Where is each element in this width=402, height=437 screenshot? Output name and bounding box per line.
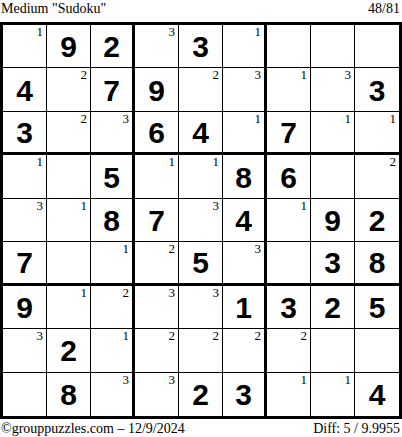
pencil-mark: 1 bbox=[123, 242, 130, 256]
given-digit: 7 bbox=[103, 76, 120, 106]
pencil-mark: 3 bbox=[169, 286, 176, 300]
cell-r7c3[interactable]: 2 bbox=[91, 286, 135, 329]
cell-r4c4[interactable]: 1 bbox=[135, 155, 179, 198]
cell-r6c7[interactable] bbox=[267, 242, 311, 285]
pencil-mark: 2 bbox=[123, 286, 130, 300]
cell-r5c4[interactable]: 7 bbox=[135, 199, 179, 242]
cell-r3c5[interactable]: 4 bbox=[179, 112, 223, 155]
given-digit: 2 bbox=[369, 206, 386, 236]
cell-r6c6[interactable]: 3 bbox=[223, 242, 267, 285]
given-digit: 6 bbox=[148, 118, 165, 148]
given-digit: 2 bbox=[103, 32, 120, 62]
cell-r5c8[interactable]: 9 bbox=[311, 199, 355, 242]
cell-r2c2[interactable]: 2 bbox=[47, 68, 91, 111]
cell-r3c3[interactable]: 3 bbox=[91, 112, 135, 155]
pencil-mark: 1 bbox=[255, 25, 262, 39]
pencil-mark: 3 bbox=[169, 25, 176, 39]
cell-r8c9[interactable] bbox=[355, 329, 399, 372]
cell-r5c2[interactable]: 1 bbox=[47, 199, 91, 242]
cell-r2c5[interactable]: 2 bbox=[179, 68, 223, 111]
cell-r3c6[interactable]: 1 bbox=[223, 112, 267, 155]
page-header: Medium "Sudoku" 48/81 bbox=[0, 0, 402, 22]
cell-r4c8[interactable] bbox=[311, 155, 355, 198]
cell-r8c5[interactable]: 2 bbox=[179, 329, 223, 372]
given-digit: 7 bbox=[280, 118, 297, 148]
cell-r4c3[interactable]: 5 bbox=[91, 155, 135, 198]
pencil-mark: 1 bbox=[213, 155, 220, 169]
cell-r1c8[interactable] bbox=[311, 25, 355, 68]
cell-r4c7[interactable]: 6 bbox=[267, 155, 311, 198]
cell-r8c4[interactable]: 2 bbox=[135, 329, 179, 372]
cell-r1c2[interactable]: 9 bbox=[47, 25, 91, 68]
pencil-mark: 1 bbox=[37, 155, 44, 169]
sudoku-page: Medium "Sudoku" 48/81 192331427923133323… bbox=[0, 0, 402, 437]
given-digit: 3 bbox=[324, 248, 341, 278]
cell-r7c5[interactable]: 3 bbox=[179, 286, 223, 329]
given-digit: 9 bbox=[324, 206, 341, 236]
given-digit: 5 bbox=[369, 293, 386, 323]
pencil-mark: 3 bbox=[123, 373, 130, 387]
cell-r4c2[interactable] bbox=[47, 155, 91, 198]
cell-r5c5[interactable]: 3 bbox=[179, 199, 223, 242]
cell-r2c8[interactable]: 3 bbox=[311, 68, 355, 111]
pencil-mark: 3 bbox=[123, 112, 130, 126]
cell-r2c7[interactable]: 1 bbox=[267, 68, 311, 111]
cell-r9c7[interactable]: 1 bbox=[267, 373, 311, 416]
progress-counter: 48/81 bbox=[368, 1, 400, 17]
pencil-mark: 2 bbox=[301, 329, 308, 343]
given-digit: 3 bbox=[16, 118, 33, 148]
pencil-mark: 1 bbox=[123, 329, 130, 343]
cell-r4c5[interactable]: 1 bbox=[179, 155, 223, 198]
given-digit: 2 bbox=[192, 380, 209, 410]
pencil-mark: 2 bbox=[390, 155, 397, 169]
cell-r2c9[interactable]: 3 bbox=[355, 68, 399, 111]
cell-r1c9[interactable] bbox=[355, 25, 399, 68]
pencil-mark: 2 bbox=[213, 68, 220, 82]
given-digit: 9 bbox=[16, 293, 33, 323]
cell-r1c3[interactable]: 2 bbox=[91, 25, 135, 68]
difficulty-label: Diff: 5 / 9.9955 bbox=[313, 421, 400, 436]
pencil-mark: 2 bbox=[169, 329, 176, 343]
cell-r5c9[interactable]: 2 bbox=[355, 199, 399, 242]
pencil-mark: 2 bbox=[255, 329, 262, 343]
pencil-mark: 3 bbox=[213, 199, 220, 213]
cell-r8c1[interactable]: 3 bbox=[3, 329, 47, 372]
given-digit: 8 bbox=[369, 248, 386, 278]
cell-r3c9[interactable]: 1 bbox=[355, 112, 399, 155]
given-digit: 5 bbox=[103, 163, 120, 193]
given-digit: 1 bbox=[235, 293, 252, 323]
given-digit: 4 bbox=[369, 380, 386, 410]
pencil-mark: 2 bbox=[81, 112, 88, 126]
pencil-mark: 1 bbox=[301, 68, 308, 82]
pencil-mark: 1 bbox=[81, 286, 88, 300]
cell-r4c1[interactable]: 1 bbox=[3, 155, 47, 198]
cell-r9c1[interactable] bbox=[3, 373, 47, 416]
cell-r3c8[interactable]: 1 bbox=[311, 112, 355, 155]
cell-r6c1[interactable]: 7 bbox=[3, 242, 47, 285]
cell-r1c7[interactable] bbox=[267, 25, 311, 68]
given-digit: 5 bbox=[192, 248, 209, 278]
given-digit: 3 bbox=[280, 293, 297, 323]
cell-r8c3[interactable]: 1 bbox=[91, 329, 135, 372]
given-digit: 4 bbox=[16, 76, 33, 106]
cell-r2c3[interactable]: 7 bbox=[91, 68, 135, 111]
pencil-mark: 1 bbox=[169, 155, 176, 169]
cell-r6c9[interactable]: 8 bbox=[355, 242, 399, 285]
given-digit: 8 bbox=[103, 206, 120, 236]
cell-r8c7[interactable]: 2 bbox=[267, 329, 311, 372]
sudoku-grid: 1923314279231333236417111511862318734192… bbox=[0, 22, 402, 419]
cell-r5c3[interactable]: 8 bbox=[91, 199, 135, 242]
pencil-mark: 2 bbox=[81, 68, 88, 82]
given-digit: 8 bbox=[235, 163, 252, 193]
pencil-mark: 3 bbox=[255, 68, 262, 82]
cell-r6c5[interactable]: 5 bbox=[179, 242, 223, 285]
pencil-mark: 1 bbox=[301, 373, 308, 387]
given-digit: 7 bbox=[16, 248, 33, 278]
cell-r5c7[interactable]: 1 bbox=[267, 199, 311, 242]
cell-r7c7[interactable]: 3 bbox=[267, 286, 311, 329]
cell-r3c1[interactable]: 3 bbox=[3, 112, 47, 155]
cell-r8c6[interactable]: 2 bbox=[223, 329, 267, 372]
cell-r7c4[interactable]: 3 bbox=[135, 286, 179, 329]
given-digit: 9 bbox=[148, 76, 165, 106]
cell-r5c1[interactable]: 3 bbox=[3, 199, 47, 242]
cell-r8c2[interactable]: 2 bbox=[47, 329, 91, 372]
pencil-mark: 1 bbox=[390, 112, 397, 126]
pencil-mark: 1 bbox=[345, 373, 352, 387]
cell-r6c8[interactable]: 3 bbox=[311, 242, 355, 285]
cell-r4c6[interactable]: 8 bbox=[223, 155, 267, 198]
cell-r1c1[interactable]: 1 bbox=[3, 25, 47, 68]
cell-r9c4[interactable]: 3 bbox=[135, 373, 179, 416]
cell-r6c2[interactable] bbox=[47, 242, 91, 285]
pencil-mark: 1 bbox=[255, 112, 262, 126]
cell-r7c8[interactable]: 2 bbox=[311, 286, 355, 329]
given-digit: 8 bbox=[60, 380, 77, 410]
given-digit: 3 bbox=[235, 380, 252, 410]
given-digit: 9 bbox=[60, 32, 77, 62]
given-digit: 4 bbox=[192, 118, 209, 148]
cell-r8c8[interactable] bbox=[311, 329, 355, 372]
cell-r5c6[interactable]: 4 bbox=[223, 199, 267, 242]
given-digit: 2 bbox=[324, 293, 341, 323]
pencil-mark: 3 bbox=[37, 329, 44, 343]
cell-r4c9[interactable]: 2 bbox=[355, 155, 399, 198]
pencil-mark: 3 bbox=[345, 68, 352, 82]
pencil-mark: 1 bbox=[81, 199, 88, 213]
pencil-mark: 3 bbox=[37, 199, 44, 213]
cell-r6c4[interactable]: 2 bbox=[135, 242, 179, 285]
cell-r9c2[interactable]: 8 bbox=[47, 373, 91, 416]
cell-r1c5[interactable]: 3 bbox=[179, 25, 223, 68]
cell-r9c5[interactable]: 2 bbox=[179, 373, 223, 416]
cell-r3c2[interactable]: 2 bbox=[47, 112, 91, 155]
pencil-mark: 3 bbox=[169, 373, 176, 387]
copyright-credit: ©grouppuzzles.com – 12/9/2024 bbox=[1, 421, 185, 436]
cell-r9c6[interactable]: 3 bbox=[223, 373, 267, 416]
given-digit: 2 bbox=[60, 336, 77, 366]
cell-r1c4[interactable]: 3 bbox=[135, 25, 179, 68]
pencil-mark: 1 bbox=[301, 199, 308, 213]
pencil-mark: 3 bbox=[255, 242, 262, 256]
cell-r9c8[interactable]: 1 bbox=[311, 373, 355, 416]
pencil-mark: 1 bbox=[37, 25, 44, 39]
cell-r2c4[interactable]: 9 bbox=[135, 68, 179, 111]
pencil-mark: 2 bbox=[213, 329, 220, 343]
pencil-mark: 1 bbox=[345, 112, 352, 126]
cell-r9c9[interactable]: 4 bbox=[355, 373, 399, 416]
pencil-mark: 3 bbox=[213, 286, 220, 300]
cell-r2c1[interactable]: 4 bbox=[3, 68, 47, 111]
pencil-mark: 2 bbox=[169, 242, 176, 256]
cell-r1c6[interactable]: 1 bbox=[223, 25, 267, 68]
cell-r7c9[interactable]: 5 bbox=[355, 286, 399, 329]
page-title: Medium "Sudoku" bbox=[1, 1, 106, 17]
cell-r6c3[interactable]: 1 bbox=[91, 242, 135, 285]
given-digit: 7 bbox=[148, 206, 165, 236]
cell-r7c6[interactable]: 1 bbox=[223, 286, 267, 329]
cell-r2c6[interactable]: 3 bbox=[223, 68, 267, 111]
given-digit: 6 bbox=[280, 163, 297, 193]
given-digit: 3 bbox=[192, 32, 209, 62]
given-digit: 4 bbox=[235, 206, 252, 236]
cell-r3c7[interactable]: 7 bbox=[267, 112, 311, 155]
cell-r3c4[interactable]: 6 bbox=[135, 112, 179, 155]
cell-r7c1[interactable]: 9 bbox=[3, 286, 47, 329]
cell-r7c2[interactable]: 1 bbox=[47, 286, 91, 329]
page-footer: ©grouppuzzles.com – 12/9/2024 Diff: 5 / … bbox=[0, 419, 402, 437]
cell-r9c3[interactable]: 3 bbox=[91, 373, 135, 416]
given-digit: 3 bbox=[369, 76, 386, 106]
